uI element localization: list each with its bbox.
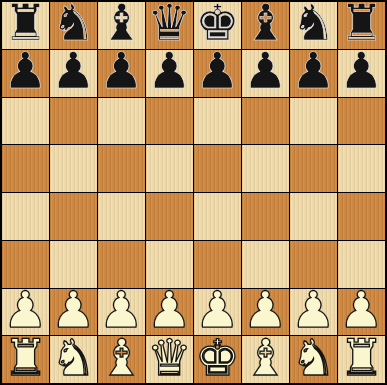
square-e5[interactable] [194,145,241,192]
square-e7[interactable]: ♟ [194,50,241,97]
white-pawn[interactable]: ♟ [339,289,384,335]
square-h1[interactable]: ♜ [338,336,385,383]
square-b4[interactable] [50,193,97,240]
square-f7[interactable]: ♟ [242,50,289,97]
square-h8[interactable]: ♜ [338,2,385,49]
square-e6[interactable] [194,98,241,145]
square-d2[interactable]: ♟ [146,289,193,336]
square-h2[interactable]: ♟ [338,289,385,336]
white-pawn[interactable]: ♟ [3,289,48,335]
square-b5[interactable] [50,145,97,192]
square-f5[interactable] [242,145,289,192]
square-a3[interactable] [2,241,49,288]
black-king[interactable]: ♚ [195,2,240,48]
square-g7[interactable]: ♟ [290,50,337,97]
square-e3[interactable] [194,241,241,288]
square-g4[interactable] [290,193,337,240]
square-h5[interactable] [338,145,385,192]
black-pawn[interactable]: ♟ [339,50,384,96]
square-f6[interactable] [242,98,289,145]
black-knight[interactable]: ♞ [291,2,336,48]
black-pawn[interactable]: ♟ [147,50,192,96]
chess-board[interactable]: ♜♞♝♛♚♝♞♜♟♟♟♟♟♟♟♟♟♟♟♟♟♟♟♟♜♞♝♛♚♝♞♜ [2,2,385,383]
square-g8[interactable]: ♞ [290,2,337,49]
black-pawn[interactable]: ♟ [195,50,240,96]
square-d4[interactable] [146,193,193,240]
square-g2[interactable]: ♟ [290,289,337,336]
white-knight[interactable]: ♞ [51,336,96,382]
black-queen[interactable]: ♛ [147,2,192,48]
square-d1[interactable]: ♛ [146,336,193,383]
square-a7[interactable]: ♟ [2,50,49,97]
square-e2[interactable]: ♟ [194,289,241,336]
square-b8[interactable]: ♞ [50,2,97,49]
square-b3[interactable] [50,241,97,288]
white-queen[interactable]: ♛ [147,336,192,382]
square-h6[interactable] [338,98,385,145]
square-c7[interactable]: ♟ [98,50,145,97]
square-g1[interactable]: ♞ [290,336,337,383]
square-c5[interactable] [98,145,145,192]
white-pawn[interactable]: ♟ [291,289,336,335]
square-c3[interactable] [98,241,145,288]
white-knight[interactable]: ♞ [291,336,336,382]
white-pawn[interactable]: ♟ [99,289,144,335]
square-c8[interactable]: ♝ [98,2,145,49]
square-g6[interactable] [290,98,337,145]
black-knight[interactable]: ♞ [51,2,96,48]
square-d5[interactable] [146,145,193,192]
black-pawn[interactable]: ♟ [243,50,288,96]
square-b6[interactable] [50,98,97,145]
square-a1[interactable]: ♜ [2,336,49,383]
square-b2[interactable]: ♟ [50,289,97,336]
square-c1[interactable]: ♝ [98,336,145,383]
chess-board-frame: ♜♞♝♛♚♝♞♜♟♟♟♟♟♟♟♟♟♟♟♟♟♟♟♟♜♞♝♛♚♝♞♜ [0,0,387,385]
white-pawn[interactable]: ♟ [195,289,240,335]
square-g5[interactable] [290,145,337,192]
black-bishop[interactable]: ♝ [243,2,288,48]
square-f3[interactable] [242,241,289,288]
white-bishop[interactable]: ♝ [99,336,144,382]
square-c6[interactable] [98,98,145,145]
black-rook[interactable]: ♜ [3,2,48,48]
black-rook[interactable]: ♜ [339,2,384,48]
square-c4[interactable] [98,193,145,240]
square-c2[interactable]: ♟ [98,289,145,336]
square-d8[interactable]: ♛ [146,2,193,49]
square-b1[interactable]: ♞ [50,336,97,383]
square-e8[interactable]: ♚ [194,2,241,49]
square-d6[interactable] [146,98,193,145]
square-e4[interactable] [194,193,241,240]
square-a2[interactable]: ♟ [2,289,49,336]
square-e1[interactable]: ♚ [194,336,241,383]
square-f4[interactable] [242,193,289,240]
square-d7[interactable]: ♟ [146,50,193,97]
square-f2[interactable]: ♟ [242,289,289,336]
black-pawn[interactable]: ♟ [3,50,48,96]
square-g3[interactable] [290,241,337,288]
square-a4[interactable] [2,193,49,240]
square-f8[interactable]: ♝ [242,2,289,49]
white-pawn[interactable]: ♟ [147,289,192,335]
black-bishop[interactable]: ♝ [99,2,144,48]
square-a5[interactable] [2,145,49,192]
square-a8[interactable]: ♜ [2,2,49,49]
black-pawn[interactable]: ♟ [51,50,96,96]
white-king[interactable]: ♚ [195,336,240,382]
square-h7[interactable]: ♟ [338,50,385,97]
white-rook[interactable]: ♜ [339,336,384,382]
white-rook[interactable]: ♜ [3,336,48,382]
white-bishop[interactable]: ♝ [243,336,288,382]
square-h4[interactable] [338,193,385,240]
square-b7[interactable]: ♟ [50,50,97,97]
white-pawn[interactable]: ♟ [51,289,96,335]
square-d3[interactable] [146,241,193,288]
square-h3[interactable] [338,241,385,288]
square-a6[interactable] [2,98,49,145]
black-pawn[interactable]: ♟ [99,50,144,96]
white-pawn[interactable]: ♟ [243,289,288,335]
black-pawn[interactable]: ♟ [291,50,336,96]
square-f1[interactable]: ♝ [242,336,289,383]
